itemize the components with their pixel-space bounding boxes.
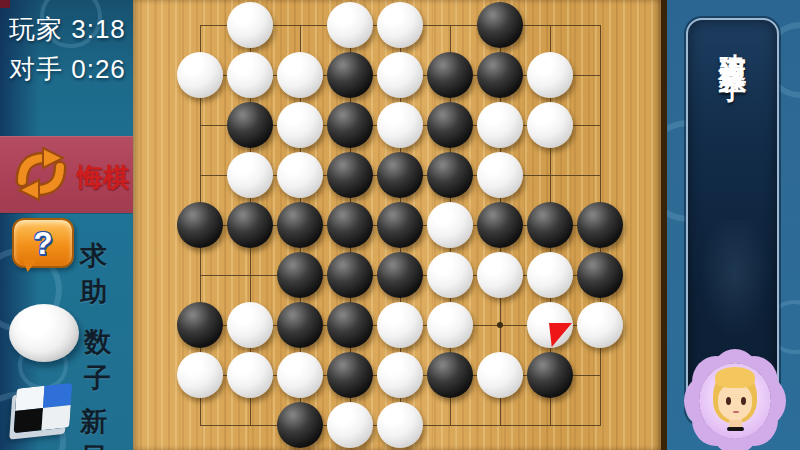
stone-black	[177, 202, 223, 248]
stone-white	[377, 52, 423, 98]
avatar-mouth	[733, 411, 739, 413]
stone-white	[227, 302, 273, 348]
stone-black	[327, 102, 373, 148]
star-point	[497, 322, 503, 328]
avatar	[689, 355, 781, 447]
avatar-eye	[741, 397, 746, 405]
stone-white	[377, 352, 423, 398]
stone-black	[377, 202, 423, 248]
stone-white	[477, 102, 523, 148]
stone-black	[427, 52, 473, 98]
stone-white	[527, 52, 573, 98]
stone-white	[527, 102, 573, 148]
stone-black	[377, 152, 423, 198]
stone-black	[577, 252, 623, 298]
stone-black	[527, 352, 573, 398]
stone-black	[327, 52, 373, 98]
stone-white	[377, 302, 423, 348]
stone-black	[327, 152, 373, 198]
stone-black	[277, 402, 323, 448]
right-panel: 建议弃权一手!	[667, 0, 800, 450]
stone-black	[227, 102, 273, 148]
stone-black	[277, 252, 323, 298]
stone-white	[577, 302, 623, 348]
avatar-face	[718, 383, 752, 420]
stone-black	[327, 202, 373, 248]
stone-white	[327, 402, 373, 448]
stone-black	[327, 352, 373, 398]
stone-white	[377, 2, 423, 48]
stone-white	[477, 252, 523, 298]
stone-white	[177, 352, 223, 398]
stone-white	[227, 2, 273, 48]
stone-black	[477, 202, 523, 248]
stone-white	[377, 102, 423, 148]
stone-white	[427, 202, 473, 248]
stone-black	[427, 102, 473, 148]
stone-white	[327, 2, 373, 48]
stone-white	[227, 52, 273, 98]
stone-white	[277, 102, 323, 148]
stone-black	[277, 202, 323, 248]
avatar-bangs	[715, 367, 755, 388]
stone-white	[227, 352, 273, 398]
avatar-eye	[726, 397, 731, 405]
stone-black	[227, 202, 273, 248]
stone-white	[527, 252, 573, 298]
stone-white	[227, 152, 273, 198]
stone-white	[177, 52, 223, 98]
stone-white	[427, 302, 473, 348]
stone-black	[327, 252, 373, 298]
stone-white	[377, 402, 423, 448]
stone-black	[427, 152, 473, 198]
stone-white	[277, 152, 323, 198]
stone-white	[477, 152, 523, 198]
stone-black	[477, 2, 523, 48]
stone-black	[377, 252, 423, 298]
stone-black	[477, 52, 523, 98]
avatar-choker	[727, 427, 744, 431]
stone-black	[427, 352, 473, 398]
stone-black	[177, 302, 223, 348]
stone-black	[327, 302, 373, 348]
stone-white	[277, 52, 323, 98]
go-app-screen: 玩家 3:18 对手 0:26 悔棋 ?	[0, 0, 800, 450]
stone-white	[477, 352, 523, 398]
stone-black	[527, 202, 573, 248]
stone-white	[277, 352, 323, 398]
stone-black	[577, 202, 623, 248]
stone-black	[277, 302, 323, 348]
stone-white	[427, 252, 473, 298]
